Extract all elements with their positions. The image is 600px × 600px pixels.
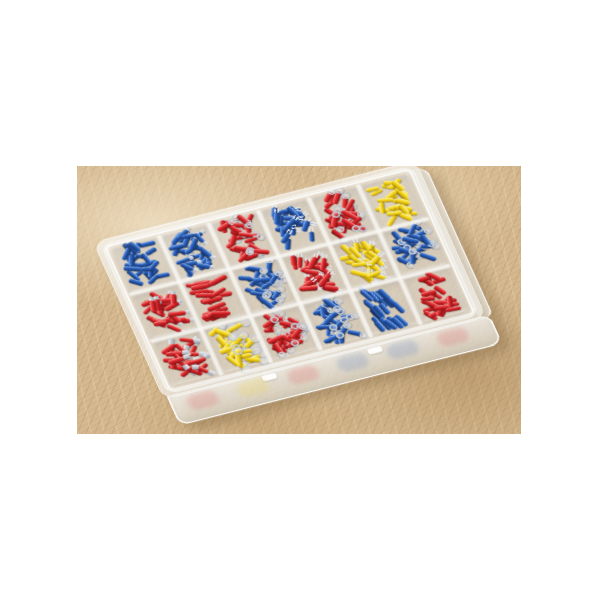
latch-tab <box>367 346 384 355</box>
terminal-metal-tip <box>305 216 311 221</box>
terminal <box>171 294 177 304</box>
wall-smudge <box>285 364 321 386</box>
terminal <box>297 257 302 268</box>
terminal-metal-tip <box>171 291 176 294</box>
terminal-metal-tip <box>369 241 376 246</box>
terminal-metal-tip <box>177 299 183 304</box>
terminal-metal-tip <box>304 273 309 277</box>
terminal-metal-tip <box>274 208 279 212</box>
page: { "scene": { "description": "Overhead-an… <box>0 0 600 600</box>
terminal-metal-tip <box>322 254 328 258</box>
terminal-metal-tip <box>193 338 200 343</box>
terminal <box>239 276 253 281</box>
terminal-metal-tip <box>297 253 302 257</box>
terminal <box>273 212 279 224</box>
photo-frame <box>77 166 521 434</box>
terminal-metal-tip <box>207 370 216 376</box>
terminal-metal-tip <box>192 365 199 370</box>
terminal-metal-tip <box>271 203 276 207</box>
wall-smudge <box>335 351 371 373</box>
wall-smudge <box>235 377 271 399</box>
terminal-metal-tip <box>308 228 313 232</box>
terminal <box>316 325 332 330</box>
terminal-metal-tip <box>366 262 372 266</box>
terminal <box>207 274 227 287</box>
terminal <box>128 255 134 266</box>
terminal-metal-tip <box>202 241 209 246</box>
terminal <box>409 253 415 264</box>
wall-smudge <box>185 389 221 411</box>
terminal-metal-tip <box>209 265 214 269</box>
terminal <box>378 202 384 214</box>
terminal <box>308 232 314 243</box>
wall-smudge <box>385 339 421 361</box>
terminal <box>144 246 158 256</box>
terminal <box>128 278 144 286</box>
terminal <box>213 311 230 316</box>
terminal <box>350 269 367 277</box>
wall-smudge <box>435 326 471 348</box>
terminal <box>347 329 363 337</box>
terminal-metal-tip <box>376 252 383 257</box>
terminal-metal-tip <box>200 229 206 234</box>
terminal <box>419 252 437 262</box>
terminal-metal-tip <box>149 297 154 301</box>
terminal-metal-tip <box>341 192 350 199</box>
